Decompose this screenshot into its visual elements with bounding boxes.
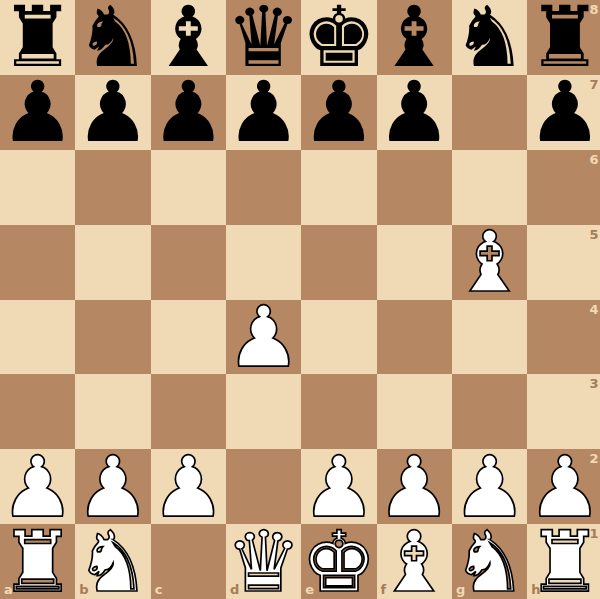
piece-black-pawn[interactable]: ♟ [151,75,226,149]
square-c2[interactable]: ♟ [151,449,226,524]
square-c7[interactable]: ♟ [151,75,226,150]
square-e7[interactable]: ♟ [301,75,376,150]
piece-black-knight[interactable]: ♞ [452,0,527,74]
piece-black-pawn[interactable]: ♟ [0,75,75,149]
piece-white-rook[interactable]: ♜ [527,525,600,599]
coord-file-c: c [155,583,163,596]
piece-white-knight[interactable]: ♞ [452,525,527,599]
chess-board: ♜♞♝♛♚♝♞♜8♟♟♟♟♟♟♟76♝5♟43♟♟♟♟♟♟♟2♜a♞bc♛d♚e… [0,0,600,599]
square-e6[interactable] [301,150,376,225]
square-h1[interactable]: ♜1h [527,524,600,599]
piece-white-pawn[interactable]: ♟ [151,450,226,524]
square-h6[interactable]: 6 [527,150,600,225]
piece-black-pawn[interactable]: ♟ [301,75,376,149]
square-c6[interactable] [151,150,226,225]
square-a6[interactable] [0,150,75,225]
piece-black-pawn[interactable]: ♟ [527,75,600,149]
piece-black-pawn[interactable]: ♟ [226,75,301,149]
piece-white-bishop[interactable]: ♝ [377,525,452,599]
square-a1[interactable]: ♜a [0,524,75,599]
square-b1[interactable]: ♞b [75,524,150,599]
square-b5[interactable] [75,225,150,300]
square-g5[interactable]: ♝ [452,225,527,300]
square-d6[interactable] [226,150,301,225]
piece-white-rook[interactable]: ♜ [0,525,75,599]
square-f7[interactable]: ♟ [377,75,452,150]
piece-black-pawn[interactable]: ♟ [377,75,452,149]
piece-black-pawn[interactable]: ♟ [75,75,150,149]
piece-white-pawn[interactable]: ♟ [226,300,301,374]
piece-white-knight[interactable]: ♞ [75,525,150,599]
square-f4[interactable] [377,300,452,375]
square-b6[interactable] [75,150,150,225]
coord-rank-3: 3 [589,377,598,390]
square-b7[interactable]: ♟ [75,75,150,150]
piece-white-king[interactable]: ♚ [301,525,376,599]
square-a5[interactable] [0,225,75,300]
square-g7[interactable] [452,75,527,150]
square-h5[interactable]: 5 [527,225,600,300]
square-g8[interactable]: ♞ [452,0,527,75]
square-d7[interactable]: ♟ [226,75,301,150]
square-d4[interactable]: ♟ [226,300,301,375]
square-c4[interactable] [151,300,226,375]
square-f1[interactable]: ♝f [377,524,452,599]
square-f6[interactable] [377,150,452,225]
square-e5[interactable] [301,225,376,300]
square-b4[interactable] [75,300,150,375]
coord-rank-4: 4 [589,303,598,316]
square-h7[interactable]: ♟7 [527,75,600,150]
square-e1[interactable]: ♚e [301,524,376,599]
piece-white-bishop[interactable]: ♝ [452,225,527,299]
square-a7[interactable]: ♟ [0,75,75,150]
square-f5[interactable] [377,225,452,300]
square-g4[interactable] [452,300,527,375]
piece-white-queen[interactable]: ♛ [226,525,301,599]
square-c1[interactable]: c [151,524,226,599]
square-a4[interactable] [0,300,75,375]
coord-rank-5: 5 [589,228,598,241]
square-d1[interactable]: ♛d [226,524,301,599]
square-d3[interactable] [226,374,301,449]
square-h4[interactable]: 4 [527,300,600,375]
square-g1[interactable]: ♞g [452,524,527,599]
square-c5[interactable] [151,225,226,300]
square-e4[interactable] [301,300,376,375]
coord-rank-6: 6 [589,153,598,166]
